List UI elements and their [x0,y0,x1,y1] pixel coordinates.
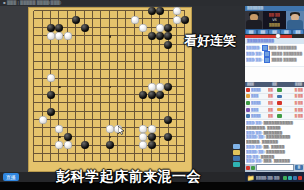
board-point-9-14[interactable] [97,116,105,124]
board-point-13-17[interactable] [131,141,139,149]
board-point-5-14[interactable] [64,116,72,124]
board-point-3-13[interactable] [47,108,55,116]
chat-area[interactable]: ▒▒▒(▒▒):▒▒▒▒▒▒▒▒▒▒▒▒▒▒▒▒▒▒, ▒▒▒▒▒▒▒▒(▒▒)… [245,120,304,164]
board-point-17-4[interactable] [164,32,172,40]
board-point-15-3[interactable] [147,24,155,32]
board-point-1-1[interactable] [30,7,38,15]
board-point-3-12[interactable] [47,99,55,107]
board-point-2-9[interactable] [38,74,46,82]
board-point-11-19[interactable] [114,158,122,166]
board-point-13-2[interactable] [131,15,139,23]
board-point-19-8[interactable] [181,66,189,74]
board-point-8-1[interactable] [89,7,97,15]
board-point-5-1[interactable] [64,7,72,15]
board-point-14-1[interactable] [139,7,147,15]
board-point-18-3[interactable] [173,24,181,32]
shortcut-icon[interactable] [233,144,240,149]
board-point-16-15[interactable] [156,124,164,132]
go-board[interactable] [28,7,192,172]
board-point-6-6[interactable] [72,49,80,57]
board-point-5-11[interactable] [64,91,72,99]
board-point-11-2[interactable] [114,15,122,23]
board-point-16-4[interactable] [156,32,164,40]
board-point-2-13[interactable] [38,108,46,116]
send-button[interactable]: ▒ [295,165,303,170]
board-point-4-14[interactable] [55,116,63,124]
board-point-5-4[interactable] [64,32,72,40]
board-point-15-9[interactable] [147,74,155,82]
board-point-16-17[interactable] [156,141,164,149]
board-point-5-5[interactable] [64,41,72,49]
board-point-8-18[interactable] [89,150,97,158]
shortcut-icon[interactable] [233,150,240,155]
go-grid[interactable] [30,7,189,166]
board-point-14-12[interactable] [139,99,147,107]
board-point-5-13[interactable] [64,108,72,116]
board-point-9-12[interactable] [97,99,105,107]
board-point-1-6[interactable] [30,49,38,57]
support-vote-bar[interactable] [245,34,304,38]
board-point-6-14[interactable] [72,116,80,124]
tray-icon[interactable] [298,176,302,180]
toolbar-button-5[interactable]: ▒▒ [293,30,303,34]
board-point-7-18[interactable] [80,150,88,158]
board-point-3-2[interactable] [47,15,55,23]
board-point-14-17[interactable] [139,141,147,149]
board-point-10-8[interactable] [106,66,114,74]
board-point-7-15[interactable] [80,124,88,132]
board-point-10-9[interactable] [106,74,114,82]
board-point-6-2[interactable] [72,15,80,23]
board-point-19-10[interactable] [181,83,189,91]
board-point-17-3[interactable] [164,24,172,32]
board-point-15-6[interactable] [147,49,155,57]
board-point-16-8[interactable] [156,66,164,74]
board-point-6-15[interactable] [72,124,80,132]
board-point-15-5[interactable] [147,41,155,49]
board-point-16-3[interactable] [156,24,164,32]
board-point-7-11[interactable] [80,91,88,99]
board-point-17-12[interactable] [164,99,172,107]
board-point-17-17[interactable] [164,141,172,149]
board-point-15-18[interactable] [147,150,155,158]
board-point-10-3[interactable] [106,24,114,32]
board-point-15-7[interactable] [147,57,155,65]
board-point-14-2[interactable] [139,15,147,23]
board-point-4-18[interactable] [55,150,63,158]
table-row[interactable]: ▒▒▒▒▒▒▒ ▒▒ [245,87,304,94]
board-point-11-10[interactable] [114,83,122,91]
board-point-19-15[interactable] [181,124,189,132]
board-point-2-15[interactable] [38,124,46,132]
live-badge[interactable]: 直播 [3,173,19,181]
board-point-18-10[interactable] [173,83,181,91]
board-point-5-12[interactable] [64,99,72,107]
board-point-6-5[interactable] [72,41,80,49]
board-point-13-11[interactable] [131,91,139,99]
board-point-6-8[interactable] [72,66,80,74]
board-point-10-18[interactable] [106,150,114,158]
board-point-2-4[interactable] [38,32,46,40]
board-point-8-16[interactable] [89,133,97,141]
board-point-17-6[interactable] [164,49,172,57]
board-point-9-8[interactable] [97,66,105,74]
board-point-2-2[interactable] [38,15,46,23]
board-point-6-12[interactable] [72,99,80,107]
table-row[interactable]: ▒▒▒▒▒▒▒ ▒▒ [245,113,304,120]
board-point-4-9[interactable] [55,74,63,82]
board-point-10-5[interactable] [106,41,114,49]
board-point-1-3[interactable] [30,24,38,32]
board-point-18-11[interactable] [173,91,181,99]
board-point-11-4[interactable] [114,32,122,40]
board-point-3-7[interactable] [47,57,55,65]
board-point-13-9[interactable] [131,74,139,82]
board-point-13-19[interactable] [131,158,139,166]
board-point-16-18[interactable] [156,150,164,158]
board-point-11-9[interactable] [114,74,122,82]
board-point-7-17[interactable] [80,141,88,149]
board-point-16-11[interactable] [156,91,164,99]
board-point-18-14[interactable] [173,116,181,124]
board-point-10-11[interactable] [106,91,114,99]
board-point-12-3[interactable] [122,24,130,32]
board-point-7-9[interactable] [80,74,88,82]
board-point-19-12[interactable] [181,99,189,107]
board-point-15-1[interactable] [147,7,155,15]
board-point-10-10[interactable] [106,83,114,91]
board-point-10-12[interactable] [106,99,114,107]
board-point-6-4[interactable] [72,32,80,40]
board-point-5-6[interactable] [64,49,72,57]
board-point-12-7[interactable] [122,57,130,65]
board-point-19-11[interactable] [181,91,189,99]
board-point-18-13[interactable] [173,108,181,116]
board-point-15-12[interactable] [147,99,155,107]
board-point-1-11[interactable] [30,91,38,99]
board-point-12-11[interactable] [122,91,130,99]
board-point-7-7[interactable] [80,57,88,65]
board-point-8-13[interactable] [89,108,97,116]
board-point-8-10[interactable] [89,83,97,91]
board-point-4-16[interactable] [55,133,63,141]
board-point-13-8[interactable] [131,66,139,74]
board-point-8-11[interactable] [89,91,97,99]
board-point-18-17[interactable] [173,141,181,149]
board-point-5-17[interactable] [64,141,72,149]
board-point-3-8[interactable] [47,66,55,74]
board-point-19-6[interactable] [181,49,189,57]
board-point-13-1[interactable] [131,7,139,15]
board-point-1-16[interactable] [30,133,38,141]
board-point-12-18[interactable] [122,150,130,158]
board-point-12-5[interactable] [122,41,130,49]
board-point-16-5[interactable] [156,41,164,49]
board-point-15-4[interactable] [147,32,155,40]
board-point-7-5[interactable] [80,41,88,49]
board-point-5-8[interactable] [64,66,72,74]
board-point-2-14[interactable] [38,116,46,124]
board-point-12-2[interactable] [122,15,130,23]
board-point-16-14[interactable] [156,116,164,124]
board-point-2-8[interactable] [38,66,46,74]
board-point-2-12[interactable] [38,99,46,107]
board-point-8-6[interactable] [89,49,97,57]
board-point-12-12[interactable] [122,99,130,107]
board-point-14-8[interactable] [139,66,147,74]
board-point-11-1[interactable] [114,7,122,15]
board-point-14-10[interactable] [139,83,147,91]
board-point-12-1[interactable] [122,7,130,15]
table-row[interactable]: ▒▒▒▒▒▒▒ ▒▒ [245,100,304,107]
board-point-17-8[interactable] [164,66,172,74]
board-point-1-18[interactable] [30,150,38,158]
board-point-9-16[interactable] [97,133,105,141]
tray-icon[interactable] [288,176,292,180]
board-point-13-6[interactable] [131,49,139,57]
board-point-17-18[interactable] [164,150,172,158]
board-point-19-3[interactable] [181,24,189,32]
board-point-14-5[interactable] [139,41,147,49]
board-point-17-2[interactable] [164,15,172,23]
board-point-5-15[interactable] [64,124,72,132]
board-point-1-17[interactable] [30,141,38,149]
board-point-9-13[interactable] [97,108,105,116]
board-point-1-7[interactable] [30,57,38,65]
board-point-1-15[interactable] [30,124,38,132]
tray-icon[interactable] [293,176,297,180]
board-point-5-9[interactable] [64,74,72,82]
board-point-13-14[interactable] [131,116,139,124]
board-point-4-2[interactable] [55,15,63,23]
board-point-15-15[interactable] [147,124,155,132]
link-row[interactable]: ▒▒▒(▒▒):▒▒▒▒ ▒▒▒▒▒ [246,57,303,63]
board-point-9-7[interactable] [97,57,105,65]
board-point-1-2[interactable] [30,15,38,23]
board-point-14-7[interactable] [139,57,147,65]
board-point-3-4[interactable] [47,32,55,40]
board-point-16-9[interactable] [156,74,164,82]
board-point-14-14[interactable] [139,116,147,124]
board-point-4-17[interactable] [55,141,63,149]
board-point-7-13[interactable] [80,108,88,116]
board-point-17-11[interactable] [164,91,172,99]
board-point-4-8[interactable] [55,66,63,74]
board-point-18-8[interactable] [173,66,181,74]
board-point-9-2[interactable] [97,15,105,23]
board-point-16-13[interactable] [156,108,164,116]
board-point-12-4[interactable] [122,32,130,40]
board-point-4-13[interactable] [55,108,63,116]
board-point-6-10[interactable] [72,83,80,91]
board-point-18-19[interactable] [173,158,181,166]
board-point-1-13[interactable] [30,108,38,116]
board-point-3-6[interactable] [47,49,55,57]
board-point-18-4[interactable] [173,32,181,40]
board-point-11-6[interactable] [114,49,122,57]
board-point-18-16[interactable] [173,133,181,141]
board-point-3-10[interactable] [47,83,55,91]
board-point-9-18[interactable] [97,150,105,158]
board-point-19-18[interactable] [181,150,189,158]
board-point-8-12[interactable] [89,99,97,107]
board-point-15-19[interactable] [147,158,155,166]
board-point-17-19[interactable] [164,158,172,166]
board-point-13-18[interactable] [131,150,139,158]
board-point-7-8[interactable] [80,66,88,74]
board-point-10-6[interactable] [106,49,114,57]
board-point-19-7[interactable] [181,57,189,65]
board-point-19-13[interactable] [181,108,189,116]
board-point-4-10[interactable] [55,83,63,91]
board-point-16-7[interactable] [156,57,164,65]
board-point-14-18[interactable] [139,150,147,158]
board-point-13-4[interactable] [131,32,139,40]
board-point-1-19[interactable] [30,158,38,166]
board-point-17-5[interactable] [164,41,172,49]
board-point-8-8[interactable] [89,66,97,74]
board-point-11-7[interactable] [114,57,122,65]
board-point-1-5[interactable] [30,41,38,49]
board-point-4-5[interactable] [55,41,63,49]
board-point-5-7[interactable] [64,57,72,65]
board-point-13-15[interactable] [131,124,139,132]
toolbar-button-4[interactable]: ▒▒ [281,30,291,34]
board-point-9-3[interactable] [97,24,105,32]
board-point-5-16[interactable] [64,133,72,141]
board-point-7-1[interactable] [80,7,88,15]
board-point-16-19[interactable] [156,158,164,166]
board-point-16-12[interactable] [156,99,164,107]
board-point-10-4[interactable] [106,32,114,40]
board-point-17-9[interactable] [164,74,172,82]
board-point-12-8[interactable] [122,66,130,74]
board-point-11-18[interactable] [114,150,122,158]
board-point-18-7[interactable] [173,57,181,65]
board-point-6-3[interactable] [72,24,80,32]
board-point-16-2[interactable] [156,15,164,23]
board-point-2-1[interactable] [38,7,46,15]
chat-input[interactable] [256,164,294,171]
board-point-7-14[interactable] [80,116,88,124]
board-point-9-6[interactable] [97,49,105,57]
board-point-14-13[interactable] [139,108,147,116]
board-point-14-9[interactable] [139,74,147,82]
board-point-1-9[interactable] [30,74,38,82]
board-point-1-8[interactable] [30,66,38,74]
board-point-19-1[interactable] [181,7,189,15]
board-point-5-18[interactable] [64,150,72,158]
board-point-19-17[interactable] [181,141,189,149]
board-point-11-8[interactable] [114,66,122,74]
board-point-5-10[interactable] [64,83,72,91]
board-point-6-7[interactable] [72,57,80,65]
board-point-14-19[interactable] [139,158,147,166]
board-point-3-3[interactable] [47,24,55,32]
board-point-2-19[interactable] [38,158,46,166]
board-point-8-2[interactable] [89,15,97,23]
board-point-13-10[interactable] [131,83,139,91]
board-point-10-16[interactable] [106,133,114,141]
board-point-12-9[interactable] [122,74,130,82]
board-point-6-13[interactable] [72,108,80,116]
board-point-6-1[interactable] [72,7,80,15]
board-point-9-1[interactable] [97,7,105,15]
board-point-8-3[interactable] [89,24,97,32]
board-point-4-3[interactable] [55,24,63,32]
board-point-12-19[interactable] [122,158,130,166]
board-point-8-19[interactable] [89,158,97,166]
board-point-2-6[interactable] [38,49,46,57]
board-point-14-4[interactable] [139,32,147,40]
board-point-3-5[interactable] [47,41,55,49]
board-point-13-7[interactable] [131,57,139,65]
board-point-3-16[interactable] [47,133,55,141]
toolbar-button-3[interactable]: ▒▒ [269,30,279,34]
board-point-8-15[interactable] [89,124,97,132]
board-point-18-1[interactable] [173,7,181,15]
board-point-2-17[interactable] [38,141,46,149]
board-point-7-16[interactable] [80,133,88,141]
board-point-6-18[interactable] [72,150,80,158]
board-point-17-1[interactable] [164,7,172,15]
shortcut-icon[interactable] [233,156,240,161]
board-point-9-10[interactable] [97,83,105,91]
board-point-14-16[interactable] [139,133,147,141]
board-point-8-7[interactable] [89,57,97,65]
board-point-15-11[interactable] [147,91,155,99]
board-point-9-9[interactable] [97,74,105,82]
board-point-7-10[interactable] [80,83,88,91]
board-point-18-2[interactable] [173,15,181,23]
board-point-3-14[interactable] [47,116,55,124]
board-point-4-11[interactable] [55,91,63,99]
board-point-2-7[interactable] [38,57,46,65]
board-point-11-3[interactable] [114,24,122,32]
tray-icon[interactable] [283,176,287,180]
board-point-12-10[interactable] [122,83,130,91]
board-point-6-19[interactable] [72,158,80,166]
board-point-14-11[interactable] [139,91,147,99]
board-point-2-16[interactable] [38,133,46,141]
board-point-1-12[interactable] [30,99,38,107]
board-point-8-9[interactable] [89,74,97,82]
board-point-19-9[interactable] [181,74,189,82]
board-point-5-3[interactable] [64,24,72,32]
board-point-12-13[interactable] [122,108,130,116]
board-point-14-15[interactable] [139,124,147,132]
shortcut-icon[interactable] [233,162,240,167]
board-point-10-19[interactable] [106,158,114,166]
board-point-9-4[interactable] [97,32,105,40]
board-point-9-15[interactable] [97,124,105,132]
board-point-17-14[interactable] [164,116,172,124]
board-point-3-11[interactable] [47,91,55,99]
board-point-6-16[interactable] [72,133,80,141]
color-icon[interactable] [251,166,255,170]
board-point-17-10[interactable] [164,83,172,91]
board-point-11-14[interactable] [114,116,122,124]
board-point-10-15[interactable] [106,124,114,132]
board-point-4-12[interactable] [55,99,63,107]
board-point-7-4[interactable] [80,32,88,40]
board-point-15-13[interactable] [147,108,155,116]
board-point-13-3[interactable] [131,24,139,32]
board-point-14-3[interactable] [139,24,147,32]
board-point-5-2[interactable] [64,15,72,23]
board-point-8-4[interactable] [89,32,97,40]
shortcut-icon-column[interactable] [233,144,241,167]
